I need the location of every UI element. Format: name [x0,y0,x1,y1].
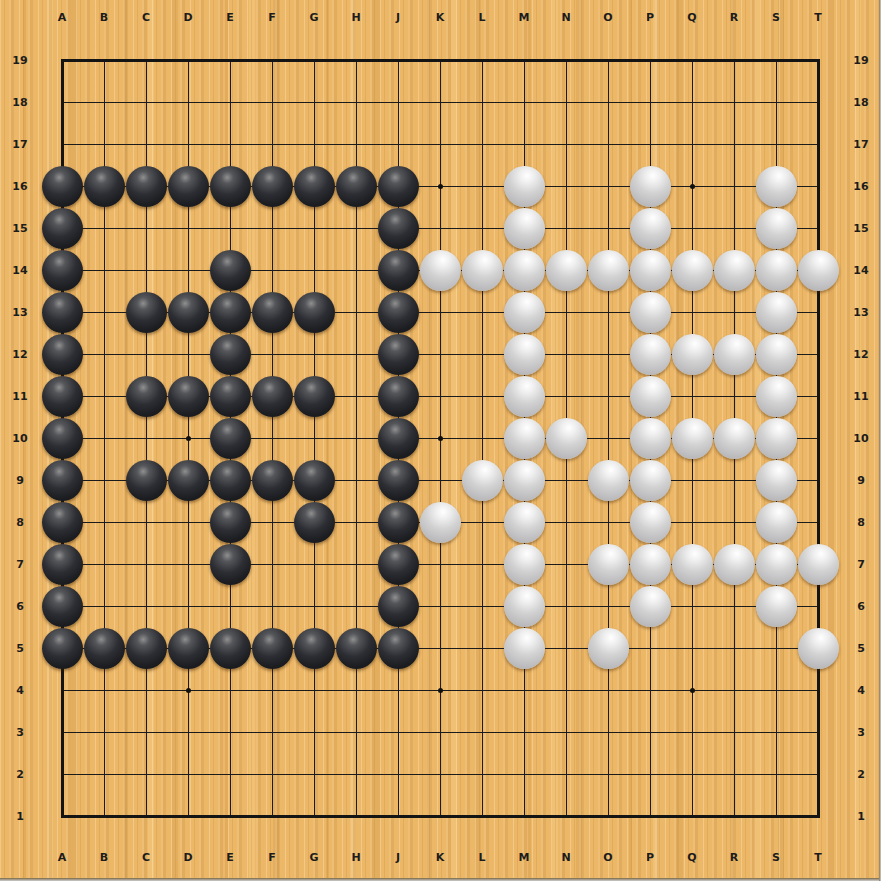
stone-white-R10 [714,418,755,459]
coord-label-top-O: O [603,11,612,24]
stone-black-C9 [126,460,167,501]
coord-label-right-7: 7 [857,558,865,571]
coord-label-bottom-Q: Q [687,851,696,864]
grid-hline [62,732,819,733]
stone-white-S15 [756,208,797,249]
coord-label-bottom-H: H [351,851,360,864]
stone-black-A15 [42,208,83,249]
coord-label-right-17: 17 [853,138,868,151]
coord-label-bottom-N: N [561,851,570,864]
coord-label-right-5: 5 [857,642,865,655]
stone-white-M13 [504,292,545,333]
stone-white-N10 [546,418,587,459]
coord-label-left-7: 7 [16,558,24,571]
coord-label-top-Q: Q [687,11,696,24]
stone-black-A6 [42,586,83,627]
stone-white-R14 [714,250,755,291]
stone-black-E5 [210,628,251,669]
stone-black-G16 [294,166,335,207]
coord-label-bottom-T: T [814,851,822,864]
stone-black-A16 [42,166,83,207]
coord-label-bottom-G: G [309,851,318,864]
stone-white-P10 [630,418,671,459]
star-point-K4 [438,688,443,693]
stone-black-J14 [378,250,419,291]
coord-label-right-15: 15 [853,222,868,235]
coord-label-right-18: 18 [853,96,868,109]
stone-black-F11 [252,376,293,417]
stone-black-J13 [378,292,419,333]
coord-label-bottom-B: B [100,851,108,864]
stone-white-M9 [504,460,545,501]
stone-black-A11 [42,376,83,417]
stone-white-P14 [630,250,671,291]
coord-label-top-B: B [100,11,108,24]
coord-label-right-16: 16 [853,180,868,193]
stone-black-F5 [252,628,293,669]
stone-white-S11 [756,376,797,417]
coord-label-left-4: 4 [16,684,24,697]
stone-white-K14 [420,250,461,291]
stone-black-J6 [378,586,419,627]
stone-white-M10 [504,418,545,459]
stone-white-S16 [756,166,797,207]
stone-white-M12 [504,334,545,375]
coord-label-right-6: 6 [857,600,865,613]
coord-label-right-8: 8 [857,516,865,529]
coord-label-bottom-E: E [226,851,234,864]
stone-black-B5 [84,628,125,669]
coord-label-left-9: 9 [16,474,24,487]
stone-white-P13 [630,292,671,333]
coord-label-top-A: A [58,11,67,24]
stone-white-M5 [504,628,545,669]
stone-black-G8 [294,502,335,543]
stone-white-M16 [504,166,545,207]
stone-white-O7 [588,544,629,585]
star-point-D10 [186,436,191,441]
stone-black-D16 [168,166,209,207]
coord-label-bottom-K: K [436,851,445,864]
stone-black-E10 [210,418,251,459]
stone-black-E13 [210,292,251,333]
stone-black-H5 [336,628,377,669]
star-point-D4 [186,688,191,693]
stone-white-P9 [630,460,671,501]
coord-label-bottom-P: P [646,851,654,864]
coord-label-left-17: 17 [12,138,27,151]
stone-black-E8 [210,502,251,543]
coord-label-top-E: E [226,11,234,24]
stone-white-M8 [504,502,545,543]
coord-label-top-L: L [478,11,485,24]
coord-label-top-R: R [730,11,738,24]
grid-hline [62,606,819,607]
stone-white-P7 [630,544,671,585]
stone-black-C16 [126,166,167,207]
stone-black-C5 [126,628,167,669]
coord-label-top-C: C [142,11,150,24]
stone-white-M7 [504,544,545,585]
stone-white-R7 [714,544,755,585]
stone-black-A9 [42,460,83,501]
coord-label-top-P: P [646,11,654,24]
stone-white-O9 [588,460,629,501]
coord-label-top-K: K [436,11,445,24]
stone-black-G9 [294,460,335,501]
stone-black-A13 [42,292,83,333]
grid-hline [62,774,819,775]
board-border [817,59,820,818]
stone-black-J16 [378,166,419,207]
stone-black-A10 [42,418,83,459]
stone-white-T5 [798,628,839,669]
stone-black-E11 [210,376,251,417]
stone-black-C11 [126,376,167,417]
stone-white-M11 [504,376,545,417]
stone-white-S7 [756,544,797,585]
coord-label-top-S: S [772,11,780,24]
coord-label-top-F: F [268,11,276,24]
coord-label-left-2: 2 [16,768,24,781]
star-point-Q16 [690,184,695,189]
stone-black-A7 [42,544,83,585]
coord-label-top-H: H [351,11,360,24]
coord-label-left-13: 13 [12,306,27,319]
stone-black-A8 [42,502,83,543]
stone-black-E7 [210,544,251,585]
coord-label-bottom-S: S [772,851,780,864]
stone-black-C13 [126,292,167,333]
stone-black-H16 [336,166,377,207]
coord-label-right-19: 19 [853,54,868,67]
coord-label-right-10: 10 [853,432,868,445]
stone-white-N14 [546,250,587,291]
stone-black-G13 [294,292,335,333]
board-border [61,59,820,62]
stone-white-M14 [504,250,545,291]
stone-black-J8 [378,502,419,543]
stone-black-F16 [252,166,293,207]
stone-black-D9 [168,460,209,501]
stone-black-D13 [168,292,209,333]
stone-black-A5 [42,628,83,669]
coord-label-left-14: 14 [12,264,27,277]
coord-label-left-8: 8 [16,516,24,529]
stone-black-E12 [210,334,251,375]
stone-black-J7 [378,544,419,585]
coord-label-left-19: 19 [12,54,27,67]
coord-label-bottom-R: R [730,851,738,864]
coord-label-left-11: 11 [12,390,27,403]
coord-label-bottom-C: C [142,851,150,864]
coord-label-top-G: G [309,11,318,24]
stone-white-S10 [756,418,797,459]
stone-black-G11 [294,376,335,417]
coord-label-left-10: 10 [12,432,27,445]
stone-white-P11 [630,376,671,417]
coord-label-bottom-L: L [478,851,485,864]
coord-label-right-1: 1 [857,810,865,823]
stone-white-K8 [420,502,461,543]
stone-white-T14 [798,250,839,291]
star-point-Q4 [690,688,695,693]
star-point-K10 [438,436,443,441]
stone-white-P16 [630,166,671,207]
coord-label-right-12: 12 [853,348,868,361]
coord-label-right-2: 2 [857,768,865,781]
coord-label-bottom-M: M [519,851,530,864]
stone-white-O14 [588,250,629,291]
stone-black-B16 [84,166,125,207]
stone-white-Q10 [672,418,713,459]
coord-label-left-3: 3 [16,726,24,739]
stone-white-L14 [462,250,503,291]
stone-black-F9 [252,460,293,501]
coord-label-right-9: 9 [857,474,865,487]
stone-white-P15 [630,208,671,249]
stone-black-D11 [168,376,209,417]
stone-white-M6 [504,586,545,627]
stone-black-J5 [378,628,419,669]
stone-black-J11 [378,376,419,417]
coord-label-left-12: 12 [12,348,27,361]
stone-white-P6 [630,586,671,627]
coord-label-left-16: 16 [12,180,27,193]
coord-label-left-1: 1 [16,810,24,823]
coord-label-bottom-F: F [268,851,276,864]
coord-label-bottom-D: D [183,851,192,864]
stone-white-O5 [588,628,629,669]
coord-label-right-4: 4 [857,684,865,697]
coord-label-right-13: 13 [853,306,868,319]
stone-black-J15 [378,208,419,249]
stone-black-A14 [42,250,83,291]
stone-black-E14 [210,250,251,291]
coord-label-left-6: 6 [16,600,24,613]
go-board-app: ABCDEFGHJKLMNOPQRST ABCDEFGHJKLMNOPQRST … [0,0,881,881]
stone-black-E9 [210,460,251,501]
coord-label-right-14: 14 [853,264,868,277]
coord-label-bottom-J: J [396,851,400,864]
coord-label-top-T: T [814,11,822,24]
stone-white-Q7 [672,544,713,585]
grid-vline [608,60,609,817]
stone-white-S6 [756,586,797,627]
stone-white-M15 [504,208,545,249]
stone-white-Q12 [672,334,713,375]
coord-label-top-D: D [183,11,192,24]
stone-white-S13 [756,292,797,333]
stone-white-S9 [756,460,797,501]
coord-label-top-J: J [396,11,400,24]
coord-label-bottom-O: O [603,851,612,864]
stone-white-R12 [714,334,755,375]
stone-white-P8 [630,502,671,543]
coord-label-top-M: M [519,11,530,24]
stone-white-P12 [630,334,671,375]
coord-label-left-5: 5 [16,642,24,655]
stone-white-T7 [798,544,839,585]
stone-black-F13 [252,292,293,333]
coord-label-right-11: 11 [853,390,868,403]
stone-white-L9 [462,460,503,501]
stone-white-Q14 [672,250,713,291]
board-border [61,815,820,818]
stone-black-J9 [378,460,419,501]
stone-black-A12 [42,334,83,375]
coord-label-bottom-A: A [58,851,67,864]
stone-white-S12 [756,334,797,375]
coord-label-left-15: 15 [12,222,27,235]
coord-label-right-3: 3 [857,726,865,739]
stone-white-S14 [756,250,797,291]
stone-black-E16 [210,166,251,207]
coord-label-top-N: N [561,11,570,24]
stone-black-D5 [168,628,209,669]
stone-white-S8 [756,502,797,543]
coord-label-left-18: 18 [12,96,27,109]
stone-black-G5 [294,628,335,669]
stone-black-J12 [378,334,419,375]
stone-black-J10 [378,418,419,459]
star-point-K16 [438,184,443,189]
grid-vline [482,60,483,817]
